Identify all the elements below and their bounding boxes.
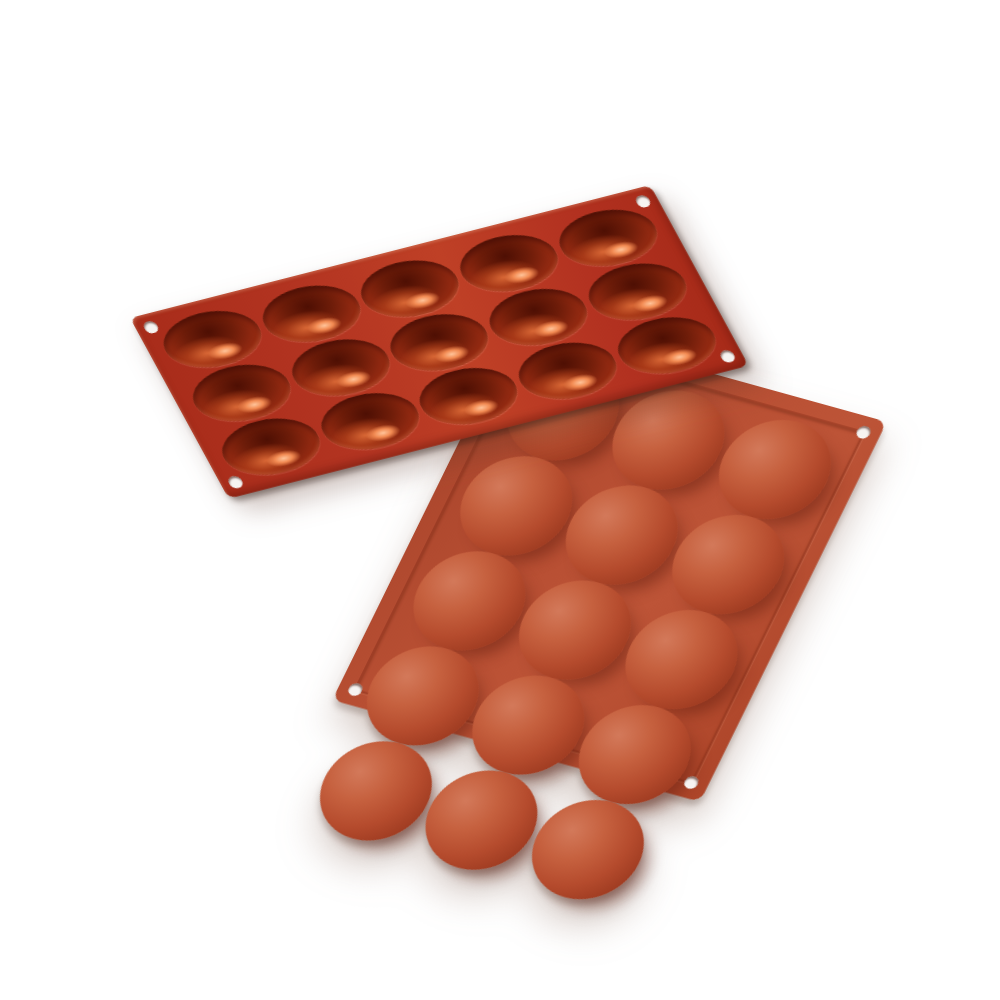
- product-photo-scene: [0, 0, 1000, 1000]
